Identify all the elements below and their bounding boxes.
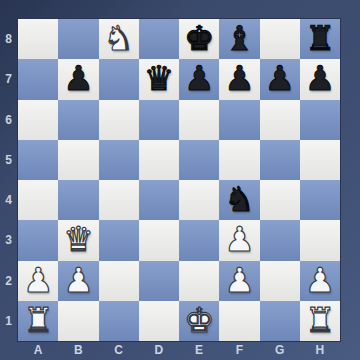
square-f4[interactable]: ♞ — [219, 180, 259, 220]
square-b1[interactable] — [58, 301, 98, 341]
file-label-f: F — [219, 342, 259, 358]
square-b7[interactable]: ♟ — [58, 59, 98, 99]
square-g7[interactable]: ♟ — [260, 59, 300, 99]
chessboard-frame: 87654321 ♞♚♝♜♟♛♟♟♟♟♞♛♟♟♟♟♟♜♚♜ ABCDEFGH — [0, 0, 360, 360]
square-f6[interactable] — [219, 100, 259, 140]
file-labels: ABCDEFGH — [18, 342, 340, 358]
piece-white-queen-b3[interactable]: ♛ — [63, 222, 93, 258]
piece-white-rook-a1[interactable]: ♜ — [23, 303, 53, 339]
square-b5[interactable] — [58, 140, 98, 180]
rank-labels: 87654321 — [0, 19, 17, 341]
square-d6[interactable] — [139, 100, 179, 140]
piece-black-knight-f4[interactable]: ♞ — [224, 182, 254, 218]
square-h2[interactable]: ♟ — [300, 261, 340, 301]
square-a8[interactable] — [18, 19, 58, 59]
square-a1[interactable]: ♜ — [18, 301, 58, 341]
square-f5[interactable] — [219, 140, 259, 180]
piece-white-knight-c8[interactable]: ♞ — [103, 21, 133, 57]
piece-white-pawn-f2[interactable]: ♟ — [224, 263, 254, 299]
rank-label-2: 2 — [0, 261, 17, 301]
square-f2[interactable]: ♟ — [219, 261, 259, 301]
file-label-b: B — [58, 342, 98, 358]
square-c6[interactable] — [99, 100, 139, 140]
piece-white-pawn-a2[interactable]: ♟ — [23, 263, 53, 299]
square-c2[interactable] — [99, 261, 139, 301]
square-b4[interactable] — [58, 180, 98, 220]
piece-black-pawn-h7[interactable]: ♟ — [305, 61, 335, 97]
rank-label-8: 8 — [0, 19, 17, 59]
square-g8[interactable] — [260, 19, 300, 59]
square-a6[interactable] — [18, 100, 58, 140]
rank-label-7: 7 — [0, 59, 17, 99]
square-f3[interactable]: ♟ — [219, 220, 259, 260]
piece-black-king-e8[interactable]: ♚ — [184, 21, 214, 57]
piece-black-bishop-f8[interactable]: ♝ — [224, 21, 254, 57]
square-h7[interactable]: ♟ — [300, 59, 340, 99]
square-a7[interactable] — [18, 59, 58, 99]
file-label-a: A — [18, 342, 58, 358]
rank-label-1: 1 — [0, 301, 17, 341]
rank-label-3: 3 — [0, 220, 17, 260]
square-g6[interactable] — [260, 100, 300, 140]
piece-black-pawn-b7[interactable]: ♟ — [63, 61, 93, 97]
square-d4[interactable] — [139, 180, 179, 220]
square-d2[interactable] — [139, 261, 179, 301]
piece-white-rook-h1[interactable]: ♜ — [305, 303, 335, 339]
square-h8[interactable]: ♜ — [300, 19, 340, 59]
square-e3[interactable] — [179, 220, 219, 260]
square-e1[interactable]: ♚ — [179, 301, 219, 341]
square-d1[interactable] — [139, 301, 179, 341]
square-c5[interactable] — [99, 140, 139, 180]
square-a5[interactable] — [18, 140, 58, 180]
file-label-d: D — [139, 342, 179, 358]
rank-label-6: 6 — [0, 100, 17, 140]
square-e7[interactable]: ♟ — [179, 59, 219, 99]
square-e4[interactable] — [179, 180, 219, 220]
square-f7[interactable]: ♟ — [219, 59, 259, 99]
square-d7[interactable]: ♛ — [139, 59, 179, 99]
square-c7[interactable] — [99, 59, 139, 99]
square-h1[interactable]: ♜ — [300, 301, 340, 341]
chess-board: ♞♚♝♜♟♛♟♟♟♟♞♛♟♟♟♟♟♜♚♜ — [17, 18, 341, 342]
file-label-g: G — [260, 342, 300, 358]
square-b2[interactable]: ♟ — [58, 261, 98, 301]
file-label-e: E — [179, 342, 219, 358]
piece-white-pawn-h2[interactable]: ♟ — [305, 263, 335, 299]
square-h4[interactable] — [300, 180, 340, 220]
square-d8[interactable] — [139, 19, 179, 59]
square-b8[interactable] — [58, 19, 98, 59]
square-h5[interactable] — [300, 140, 340, 180]
rank-label-5: 5 — [0, 140, 17, 180]
file-label-c: C — [99, 342, 139, 358]
square-a4[interactable] — [18, 180, 58, 220]
square-e8[interactable]: ♚ — [179, 19, 219, 59]
square-c3[interactable] — [99, 220, 139, 260]
square-c4[interactable] — [99, 180, 139, 220]
square-a2[interactable]: ♟ — [18, 261, 58, 301]
square-d5[interactable] — [139, 140, 179, 180]
square-g2[interactable] — [260, 261, 300, 301]
square-g3[interactable] — [260, 220, 300, 260]
square-h6[interactable] — [300, 100, 340, 140]
square-e5[interactable] — [179, 140, 219, 180]
square-e6[interactable] — [179, 100, 219, 140]
square-e2[interactable] — [179, 261, 219, 301]
square-g4[interactable] — [260, 180, 300, 220]
square-g5[interactable] — [260, 140, 300, 180]
square-b6[interactable] — [58, 100, 98, 140]
piece-black-pawn-f7[interactable]: ♟ — [224, 61, 254, 97]
square-c1[interactable] — [99, 301, 139, 341]
square-g1[interactable] — [260, 301, 300, 341]
square-f8[interactable]: ♝ — [219, 19, 259, 59]
square-b3[interactable]: ♛ — [58, 220, 98, 260]
square-f1[interactable] — [219, 301, 259, 341]
square-d3[interactable] — [139, 220, 179, 260]
square-h3[interactable] — [300, 220, 340, 260]
piece-white-pawn-b2[interactable]: ♟ — [63, 263, 93, 299]
square-a3[interactable] — [18, 220, 58, 260]
piece-black-queen-d7[interactable]: ♛ — [144, 61, 174, 97]
piece-black-rook-h8[interactable]: ♜ — [305, 21, 335, 57]
piece-black-pawn-g7[interactable]: ♟ — [264, 61, 294, 97]
piece-black-pawn-e7[interactable]: ♟ — [184, 61, 214, 97]
piece-white-king-e1[interactable]: ♚ — [184, 303, 214, 339]
rank-label-4: 4 — [0, 180, 17, 220]
square-c8[interactable]: ♞ — [99, 19, 139, 59]
piece-white-pawn-f3[interactable]: ♟ — [224, 222, 254, 258]
file-label-h: H — [300, 342, 340, 358]
